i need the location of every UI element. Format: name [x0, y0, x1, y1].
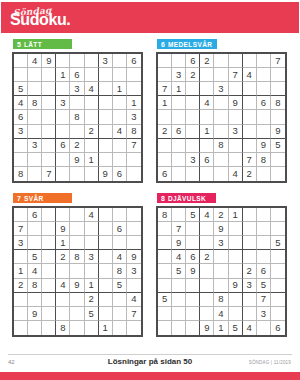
- sudoku-cell-r5c4[interactable]: [200, 264, 214, 278]
- sudoku-cell-r1c1[interactable]: [158, 54, 172, 68]
- sudoku-cell-r8c6[interactable]: 5: [85, 307, 99, 321]
- sudoku-cell-r3c4[interactable]: [200, 82, 214, 96]
- sudoku-cell-r2c9[interactable]: [271, 222, 285, 236]
- sudoku-cell-r5c1[interactable]: 6: [14, 110, 28, 124]
- sudoku-cell-r8c2[interactable]: [172, 153, 186, 167]
- sudoku-cell-r3c2[interactable]: 9: [172, 236, 186, 250]
- sudoku-cell-r7c6[interactable]: [85, 139, 99, 153]
- sudoku-cell-r2c1[interactable]: 7: [14, 222, 28, 236]
- sudoku-cell-r8c8[interactable]: [113, 153, 127, 167]
- sudoku-cell-r5c9[interactable]: [271, 110, 285, 124]
- sudoku-cell-r6c8[interactable]: [257, 125, 271, 139]
- sudoku-cell-r2c1[interactable]: [158, 68, 172, 82]
- sudoku-cell-r9c9[interactable]: [271, 167, 285, 181]
- sudoku-cell-r3c1[interactable]: [158, 236, 172, 250]
- sudoku-cell-r3c3[interactable]: [186, 82, 200, 96]
- sudoku-cell-r4c7[interactable]: [99, 250, 113, 264]
- sudoku-cell-r7c8[interactable]: [113, 293, 127, 307]
- sudoku-cell-r6c2[interactable]: 8: [28, 279, 42, 293]
- sudoku-cell-r2c4[interactable]: [200, 222, 214, 236]
- sudoku-cell-r5c7[interactable]: 2: [243, 264, 257, 278]
- sudoku-cell-r9c6[interactable]: [85, 167, 99, 181]
- sudoku-cell-r8c3[interactable]: [42, 153, 56, 167]
- sudoku-cell-r6c9[interactable]: 9: [271, 125, 285, 139]
- sudoku-cell-r6c3[interactable]: [186, 279, 200, 293]
- sudoku-cell-r7c6[interactable]: 2: [85, 293, 99, 307]
- sudoku-cell-r9c5[interactable]: [214, 167, 228, 181]
- sudoku-cell-r2c1[interactable]: [14, 68, 28, 82]
- sudoku-cell-r1c6[interactable]: 1: [229, 208, 243, 222]
- sudoku-cell-r2c6[interactable]: [85, 68, 99, 82]
- sudoku-cell-r2c6[interactable]: 7: [229, 68, 243, 82]
- sudoku-cell-r6c1[interactable]: [158, 279, 172, 293]
- sudoku-cell-r9c3[interactable]: [186, 321, 200, 335]
- sudoku-cell-r2c2[interactable]: 7: [172, 222, 186, 236]
- sudoku-cell-r9c5[interactable]: [70, 321, 84, 335]
- sudoku-cell-r3c6[interactable]: [229, 82, 243, 96]
- sudoku-cell-r3c4[interactable]: [200, 236, 214, 250]
- sudoku-cell-r8c9[interactable]: 7: [127, 307, 141, 321]
- sudoku-cell-r6c5[interactable]: [70, 125, 84, 139]
- sudoku-cell-r6c7[interactable]: [243, 125, 257, 139]
- sudoku-cell-r5c7[interactable]: [99, 110, 113, 124]
- sudoku-cell-r4c8[interactable]: [113, 96, 127, 110]
- sudoku-cell-r7c5[interactable]: [70, 293, 84, 307]
- sudoku-cell-r7c3[interactable]: [42, 139, 56, 153]
- sudoku-cell-r8c5[interactable]: [214, 153, 228, 167]
- sudoku-cell-r9c3[interactable]: [186, 167, 200, 181]
- sudoku-cell-r9c7[interactable]: 1: [99, 321, 113, 335]
- sudoku-cell-r2c2[interactable]: 3: [172, 68, 186, 82]
- sudoku-cell-r7c5[interactable]: 2: [70, 139, 84, 153]
- sudoku-cell-r8c1[interactable]: [158, 153, 172, 167]
- sudoku-cell-r4c6[interactable]: [229, 250, 243, 264]
- sudoku-cell-r3c6[interactable]: [229, 236, 243, 250]
- sudoku-cell-r8c4[interactable]: [56, 307, 70, 321]
- sudoku-cell-r1c4[interactable]: [56, 208, 70, 222]
- sudoku-cell-r7c6[interactable]: [229, 293, 243, 307]
- sudoku-cell-r5c3[interactable]: [42, 110, 56, 124]
- sudoku-cell-r7c1[interactable]: 5: [158, 293, 172, 307]
- sudoku-cell-r4c4[interactable]: 4: [200, 96, 214, 110]
- sudoku-cell-r4c9[interactable]: 9: [127, 250, 141, 264]
- sudoku-cell-r6c2[interactable]: [172, 279, 186, 293]
- sudoku-cell-r9c4[interactable]: 9: [200, 321, 214, 335]
- sudoku-cell-r1c8[interactable]: [113, 208, 127, 222]
- sudoku-cell-r9c3[interactable]: [42, 321, 56, 335]
- sudoku-cell-r8c9[interactable]: [271, 153, 285, 167]
- sudoku-cell-r9c3[interactable]: 7: [42, 167, 56, 181]
- sudoku-cell-r1c7[interactable]: 3: [99, 54, 113, 68]
- sudoku-cell-r5c3[interactable]: [42, 264, 56, 278]
- sudoku-cell-r5c2[interactable]: 4: [28, 264, 42, 278]
- sudoku-cell-r3c5[interactable]: 3: [214, 236, 228, 250]
- sudoku-cell-r1c6[interactable]: 4: [85, 208, 99, 222]
- sudoku-cell-r1c3[interactable]: 6: [186, 54, 200, 68]
- sudoku-cell-r4c7[interactable]: [99, 96, 113, 110]
- sudoku-cell-r3c5[interactable]: 3: [70, 82, 84, 96]
- sudoku-cell-r2c8[interactable]: 6: [113, 222, 127, 236]
- sudoku-cell-r2c3[interactable]: [42, 68, 56, 82]
- sudoku-cell-r9c4[interactable]: [200, 167, 214, 181]
- sudoku-cell-r4c9[interactable]: 8: [271, 96, 285, 110]
- sudoku-cell-r4c5[interactable]: [214, 250, 228, 264]
- sudoku-cell-r2c9[interactable]: [127, 222, 141, 236]
- sudoku-cell-r1c1[interactable]: [14, 54, 28, 68]
- sudoku-cell-r7c9[interactable]: 7: [127, 139, 141, 153]
- sudoku-cell-r8c9[interactable]: [127, 153, 141, 167]
- sudoku-cell-r1c4[interactable]: 2: [200, 54, 214, 68]
- sudoku-cell-r8c2[interactable]: 9: [28, 307, 42, 321]
- sudoku-cell-r6c4[interactable]: 1: [200, 125, 214, 139]
- sudoku-cell-r1c7[interactable]: [99, 208, 113, 222]
- sudoku-cell-r3c1[interactable]: 3: [14, 236, 28, 250]
- sudoku-cell-r6c9[interactable]: [127, 279, 141, 293]
- sudoku-cell-r5c1[interactable]: [158, 110, 172, 124]
- sudoku-cell-r8c7[interactable]: 7: [243, 153, 257, 167]
- sudoku-cell-r5c4[interactable]: [56, 110, 70, 124]
- sudoku-cell-r9c6[interactable]: 4: [229, 167, 243, 181]
- sudoku-cell-r2c9[interactable]: [271, 68, 285, 82]
- sudoku-cell-r8c3[interactable]: [186, 307, 200, 321]
- sudoku-cell-r8c5[interactable]: [70, 307, 84, 321]
- sudoku-cell-r7c8[interactable]: [113, 139, 127, 153]
- sudoku-cell-r1c8[interactable]: [113, 54, 127, 68]
- sudoku-cell-r1c1[interactable]: [14, 208, 28, 222]
- sudoku-cell-r9c1[interactable]: 6: [158, 167, 172, 181]
- sudoku-cell-r8c3[interactable]: [42, 307, 56, 321]
- sudoku-cell-r6c2[interactable]: 6: [172, 125, 186, 139]
- sudoku-cell-r7c4[interactable]: [200, 293, 214, 307]
- sudoku-cell-r3c9[interactable]: 5: [271, 236, 285, 250]
- sudoku-cell-r5c4[interactable]: [200, 110, 214, 124]
- sudoku-cell-r2c4[interactable]: [200, 68, 214, 82]
- sudoku-cell-r1c3[interactable]: 5: [186, 208, 200, 222]
- sudoku-cell-r7c3[interactable]: [186, 293, 200, 307]
- sudoku-cell-r5c8[interactable]: 8: [113, 264, 127, 278]
- sudoku-cell-r8c6[interactable]: [229, 153, 243, 167]
- sudoku-cell-r5c8[interactable]: [113, 110, 127, 124]
- sudoku-cell-r2c9[interactable]: [127, 68, 141, 82]
- sudoku-cell-r7c1[interactable]: [158, 139, 172, 153]
- sudoku-cell-r1c8[interactable]: [257, 208, 271, 222]
- sudoku-cell-r1c4[interactable]: 4: [200, 208, 214, 222]
- sudoku-cell-r9c8[interactable]: [113, 321, 127, 335]
- sudoku-cell-r1c1[interactable]: 8: [158, 208, 172, 222]
- sudoku-cell-r1c2[interactable]: 6: [28, 208, 42, 222]
- sudoku-cell-r3c9[interactable]: [127, 82, 141, 96]
- sudoku-cell-r6c5[interactable]: 9: [70, 279, 84, 293]
- sudoku-cell-r9c5[interactable]: 1: [214, 321, 228, 335]
- sudoku-cell-r9c7[interactable]: 2: [243, 167, 257, 181]
- sudoku-cell-r5c1[interactable]: [158, 264, 172, 278]
- sudoku-cell-r9c7[interactable]: 4: [243, 321, 257, 335]
- sudoku-cell-r5c3[interactable]: 9: [186, 264, 200, 278]
- sudoku-cell-r4c4[interactable]: 2: [56, 250, 70, 264]
- sudoku-cell-r7c2[interactable]: 3: [28, 139, 42, 153]
- sudoku-cell-r9c6[interactable]: 5: [229, 321, 243, 335]
- sudoku-cell-r1c6[interactable]: [229, 54, 243, 68]
- sudoku-cell-r9c8[interactable]: 6: [113, 167, 127, 181]
- sudoku-cell-r5c1[interactable]: 1: [14, 264, 28, 278]
- sudoku-cell-r1c4[interactable]: [56, 54, 70, 68]
- sudoku-cell-r4c3[interactable]: [186, 96, 200, 110]
- sudoku-cell-r2c5[interactable]: 9: [214, 222, 228, 236]
- sudoku-cell-r3c1[interactable]: 7: [158, 82, 172, 96]
- sudoku-cell-r9c1[interactable]: [158, 321, 172, 335]
- sudoku-cell-r6c6[interactable]: 9: [229, 279, 243, 293]
- sudoku-cell-r8c2[interactable]: [28, 153, 42, 167]
- sudoku-cell-r4c2[interactable]: 4: [172, 250, 186, 264]
- sudoku-cell-r4c3[interactable]: [42, 250, 56, 264]
- sudoku-cell-r1c7[interactable]: [243, 208, 257, 222]
- sudoku-cell-r5c7[interactable]: [99, 264, 113, 278]
- sudoku-cell-r9c6[interactable]: [85, 321, 99, 335]
- sudoku-cell-r6c1[interactable]: 2: [14, 279, 28, 293]
- sudoku-cell-r6c8[interactable]: 5: [257, 279, 271, 293]
- sudoku-cell-r9c9[interactable]: [127, 167, 141, 181]
- sudoku-cell-r4c5[interactable]: [214, 96, 228, 110]
- sudoku-cell-r8c8[interactable]: 8: [257, 153, 271, 167]
- sudoku-cell-r8c4[interactable]: [56, 153, 70, 167]
- sudoku-cell-r9c2[interactable]: [28, 167, 42, 181]
- sudoku-cell-r2c8[interactable]: [257, 222, 271, 236]
- sudoku-cell-r5c2[interactable]: 5: [172, 264, 186, 278]
- sudoku-cell-r3c7[interactable]: [243, 82, 257, 96]
- sudoku-cell-r6c9[interactable]: 8: [127, 125, 141, 139]
- sudoku-cell-r3c5[interactable]: [70, 236, 84, 250]
- sudoku-cell-r7c5[interactable]: 8: [214, 139, 228, 153]
- sudoku-cell-r2c7[interactable]: [99, 68, 113, 82]
- sudoku-cell-r9c4[interactable]: 8: [56, 321, 70, 335]
- sudoku-cell-r6c8[interactable]: 4: [113, 125, 127, 139]
- sudoku-cell-r7c7[interactable]: [243, 139, 257, 153]
- sudoku-cell-r7c9[interactable]: 5: [271, 139, 285, 153]
- sudoku-cell-r4c3[interactable]: [42, 96, 56, 110]
- sudoku-cell-r8c7[interactable]: [243, 307, 257, 321]
- sudoku-cell-r6c4[interactable]: 4: [56, 279, 70, 293]
- sudoku-cell-r7c4[interactable]: [56, 293, 70, 307]
- sudoku-cell-r5c2[interactable]: [172, 110, 186, 124]
- sudoku-cell-r3c8[interactable]: 1: [113, 82, 127, 96]
- sudoku-cell-r3c8[interactable]: [257, 82, 271, 96]
- sudoku-cell-r3c8[interactable]: [257, 236, 271, 250]
- sudoku-cell-r1c2[interactable]: [172, 208, 186, 222]
- sudoku-cell-r7c9[interactable]: 4: [127, 293, 141, 307]
- sudoku-cell-r8c8[interactable]: [113, 307, 127, 321]
- sudoku-cell-r2c5[interactable]: 6: [70, 68, 84, 82]
- sudoku-cell-r6c3[interactable]: [42, 125, 56, 139]
- sudoku-cell-r6c6[interactable]: 3: [229, 125, 243, 139]
- sudoku-cell-r5c7[interactable]: [243, 110, 257, 124]
- sudoku-cell-r7c9[interactable]: [271, 293, 285, 307]
- sudoku-cell-r5c5[interactable]: 8: [70, 110, 84, 124]
- sudoku-cell-r2c3[interactable]: [42, 222, 56, 236]
- sudoku-cell-r9c2[interactable]: [172, 321, 186, 335]
- sudoku-cell-r6c7[interactable]: 3: [243, 279, 257, 293]
- sudoku-cell-r8c3[interactable]: 3: [186, 153, 200, 167]
- sudoku-cell-r3c7[interactable]: [99, 236, 113, 250]
- sudoku-cell-r5c6[interactable]: [85, 264, 99, 278]
- sudoku-cell-r7c6[interactable]: [229, 139, 243, 153]
- sudoku-cell-r5c6[interactable]: [229, 264, 243, 278]
- sudoku-cell-r8c1[interactable]: [158, 307, 172, 321]
- sudoku-cell-r2c8[interactable]: [257, 68, 271, 82]
- sudoku-cell-r4c1[interactable]: 1: [158, 96, 172, 110]
- sudoku-cell-r7c4[interactable]: [200, 139, 214, 153]
- sudoku-cell-r1c3[interactable]: 9: [42, 54, 56, 68]
- sudoku-cell-r4c3[interactable]: 6: [186, 250, 200, 264]
- sudoku-cell-r2c7[interactable]: [99, 222, 113, 236]
- sudoku-cell-r5c9[interactable]: 3: [127, 264, 141, 278]
- sudoku-cell-r6c9[interactable]: [271, 279, 285, 293]
- sudoku-cell-r6c6[interactable]: 1: [85, 279, 99, 293]
- sudoku-cell-r5c9[interactable]: [271, 264, 285, 278]
- sudoku-cell-r8c8[interactable]: 3: [257, 307, 271, 321]
- sudoku-cell-r6c7[interactable]: [99, 279, 113, 293]
- sudoku-cell-r3c6[interactable]: [85, 236, 99, 250]
- sudoku-cell-r8c1[interactable]: [14, 307, 28, 321]
- sudoku-cell-r4c2[interactable]: 8: [28, 96, 42, 110]
- sudoku-cell-r8c9[interactable]: [271, 307, 285, 321]
- sudoku-cell-r2c4[interactable]: 9: [56, 222, 70, 236]
- sudoku-cell-r8c5[interactable]: 9: [70, 153, 84, 167]
- sudoku-cell-r4c5[interactable]: [70, 96, 84, 110]
- sudoku-cell-r7c1[interactable]: [14, 139, 28, 153]
- sudoku-cell-r7c2[interactable]: [172, 293, 186, 307]
- sudoku-cell-r8c2[interactable]: [172, 307, 186, 321]
- sudoku-cell-r1c9[interactable]: 7: [271, 54, 285, 68]
- sudoku-cell-r3c4[interactable]: 1: [56, 236, 70, 250]
- sudoku-cell-r2c2[interactable]: [28, 68, 42, 82]
- sudoku-cell-r8c6[interactable]: 1: [85, 153, 99, 167]
- sudoku-cell-r9c9[interactable]: [127, 321, 141, 335]
- sudoku-cell-r7c2[interactable]: [172, 139, 186, 153]
- sudoku-cell-r9c2[interactable]: [172, 167, 186, 181]
- sudoku-cell-r3c3[interactable]: [186, 236, 200, 250]
- sudoku-cell-r9c7[interactable]: 9: [99, 167, 113, 181]
- sudoku-cell-r3c6[interactable]: 4: [85, 82, 99, 96]
- sudoku-cell-r1c5[interactable]: [70, 208, 84, 222]
- sudoku-cell-r7c2[interactable]: [28, 293, 42, 307]
- sudoku-cell-r7c5[interactable]: 8: [214, 293, 228, 307]
- sudoku-cell-r1c3[interactable]: [42, 208, 56, 222]
- sudoku-cell-r5c4[interactable]: [56, 264, 70, 278]
- sudoku-cell-r9c1[interactable]: 8: [14, 167, 28, 181]
- sudoku-cell-r6c6[interactable]: 2: [85, 125, 99, 139]
- sudoku-cell-r4c2[interactable]: 5: [28, 250, 42, 264]
- sudoku-cell-r2c7[interactable]: [243, 222, 257, 236]
- sudoku-cell-r3c2[interactable]: 1: [172, 82, 186, 96]
- sudoku-cell-r9c1[interactable]: [14, 321, 28, 335]
- sudoku-cell-r4c1[interactable]: 4: [14, 96, 28, 110]
- sudoku-cell-r5c6[interactable]: [85, 110, 99, 124]
- sudoku-cell-r8c1[interactable]: [14, 153, 28, 167]
- sudoku-cell-r4c6[interactable]: 3: [85, 250, 99, 264]
- sudoku-cell-r8c7[interactable]: [99, 307, 113, 321]
- sudoku-cell-r4c5[interactable]: 8: [70, 250, 84, 264]
- sudoku-cell-r1c2[interactable]: [172, 54, 186, 68]
- sudoku-cell-r3c2[interactable]: [28, 236, 42, 250]
- sudoku-cell-r7c8[interactable]: 9: [257, 139, 271, 153]
- sudoku-cell-r3c4[interactable]: [56, 82, 70, 96]
- sudoku-cell-r3c3[interactable]: [42, 236, 56, 250]
- sudoku-cell-r7c7[interactable]: [99, 293, 113, 307]
- sudoku-cell-r2c2[interactable]: [28, 222, 42, 236]
- sudoku-cell-r1c9[interactable]: 6: [127, 54, 141, 68]
- sudoku-cell-r7c1[interactable]: [14, 293, 28, 307]
- sudoku-cell-r6c7[interactable]: [99, 125, 113, 139]
- sudoku-cell-r5c5[interactable]: [214, 110, 228, 124]
- sudoku-cell-r7c3[interactable]: [186, 139, 200, 153]
- sudoku-cell-r2c3[interactable]: 2: [186, 68, 200, 82]
- sudoku-cell-r7c3[interactable]: [42, 293, 56, 307]
- sudoku-cell-r1c9[interactable]: [271, 208, 285, 222]
- sudoku-cell-r4c6[interactable]: 9: [229, 96, 243, 110]
- sudoku-cell-r1c2[interactable]: 4: [28, 54, 42, 68]
- sudoku-cell-r7c7[interactable]: [243, 293, 257, 307]
- sudoku-cell-r6c2[interactable]: [28, 125, 42, 139]
- sudoku-cell-r3c5[interactable]: 3: [214, 82, 228, 96]
- sudoku-cell-r4c9[interactable]: [271, 250, 285, 264]
- sudoku-cell-r9c8[interactable]: [257, 321, 271, 335]
- sudoku-cell-r6c1[interactable]: 2: [158, 125, 172, 139]
- sudoku-cell-r6c4[interactable]: [200, 279, 214, 293]
- sudoku-cell-r9c2[interactable]: [28, 321, 42, 335]
- sudoku-cell-r8c6[interactable]: [229, 307, 243, 321]
- sudoku-cell-r1c6[interactable]: [85, 54, 99, 68]
- sudoku-cell-r4c4[interactable]: 2: [200, 250, 214, 264]
- sudoku-cell-r2c8[interactable]: [113, 68, 127, 82]
- sudoku-cell-r3c2[interactable]: [28, 82, 42, 96]
- sudoku-cell-r4c1[interactable]: [158, 250, 172, 264]
- sudoku-cell-r9c9[interactable]: 6: [271, 321, 285, 335]
- sudoku-cell-r4c4[interactable]: 3: [56, 96, 70, 110]
- sudoku-cell-r2c5[interactable]: [214, 68, 228, 82]
- sudoku-cell-r6c3[interactable]: [186, 125, 200, 139]
- sudoku-cell-r5c5[interactable]: [70, 264, 84, 278]
- sudoku-cell-r5c6[interactable]: [229, 110, 243, 124]
- sudoku-cell-r5c8[interactable]: 6: [257, 264, 271, 278]
- sudoku-cell-r9c5[interactable]: [70, 167, 84, 181]
- sudoku-cell-r7c7[interactable]: [99, 139, 113, 153]
- sudoku-cell-r1c8[interactable]: [257, 54, 271, 68]
- sudoku-cell-r1c9[interactable]: [127, 208, 141, 222]
- sudoku-cell-r4c7[interactable]: [243, 96, 257, 110]
- sudoku-cell-r5c3[interactable]: [186, 110, 200, 124]
- sudoku-cell-r1c7[interactable]: [243, 54, 257, 68]
- sudoku-cell-r3c9[interactable]: [271, 82, 285, 96]
- sudoku-cell-r3c9[interactable]: [127, 236, 141, 250]
- sudoku-cell-r2c7[interactable]: 4: [243, 68, 257, 82]
- sudoku-cell-r3c8[interactable]: [113, 236, 127, 250]
- sudoku-cell-r3c1[interactable]: 5: [14, 82, 28, 96]
- sudoku-cell-r1c5[interactable]: [214, 54, 228, 68]
- sudoku-cell-r4c7[interactable]: [243, 250, 257, 264]
- sudoku-cell-r1c5[interactable]: 2: [214, 208, 228, 222]
- sudoku-cell-r6c5[interactable]: [214, 125, 228, 139]
- sudoku-cell-r3c7[interactable]: [243, 236, 257, 250]
- sudoku-cell-r2c3[interactable]: [186, 222, 200, 236]
- sudoku-cell-r5c9[interactable]: 3: [127, 110, 141, 124]
- sudoku-cell-r7c4[interactable]: 6: [56, 139, 70, 153]
- sudoku-cell-r7c8[interactable]: 7: [257, 293, 271, 307]
- sudoku-cell-r6c5[interactable]: [214, 279, 228, 293]
- sudoku-cell-r6c1[interactable]: 3: [14, 125, 28, 139]
- sudoku-cell-r6c3[interactable]: [42, 279, 56, 293]
- sudoku-cell-r6c4[interactable]: [56, 125, 70, 139]
- sudoku-cell-r3c3[interactable]: [42, 82, 56, 96]
